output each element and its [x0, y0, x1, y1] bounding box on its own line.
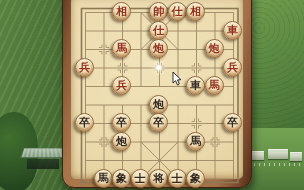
- piece-red-advisor[interactable]: 仕: [168, 2, 187, 21]
- piece-red-soldier[interactable]: 兵: [223, 58, 242, 77]
- piece-black-soldier[interactable]: 卒: [149, 113, 168, 132]
- piece-character: 炮: [153, 99, 164, 110]
- piece-character: 車: [190, 80, 201, 91]
- piece-character: 炮: [153, 43, 164, 54]
- piece-character: 馬: [98, 173, 109, 184]
- piece-character: 炮: [209, 43, 220, 54]
- piece-black-cannon[interactable]: 炮: [112, 132, 131, 151]
- piece-character: 卒: [116, 117, 127, 128]
- piece-character: 兵: [79, 62, 90, 73]
- piece-character: 兵: [116, 80, 127, 91]
- piece-black-soldier[interactable]: 卒: [223, 113, 242, 132]
- piece-black-elephant[interactable]: 象: [112, 169, 131, 188]
- piece-black-horse[interactable]: 馬: [94, 169, 113, 188]
- piece-character: 卒: [79, 117, 90, 128]
- piece-character: 卒: [227, 117, 238, 128]
- piece-red-chariot[interactable]: 車: [223, 21, 242, 40]
- piece-red-advisor[interactable]: 仕: [149, 21, 168, 40]
- piece-character: 相: [190, 6, 201, 17]
- piece-red-cannon[interactable]: 炮: [205, 39, 224, 58]
- piece-black-cannon[interactable]: 炮: [149, 95, 168, 114]
- piece-character: 帥: [153, 6, 164, 17]
- piece-character: 卒: [153, 117, 164, 128]
- piece-character: 相: [116, 6, 127, 17]
- xiangqi-game-screenshot: 相帥仕相仕車馬炮炮兵兵兵馬車炮卒卒卒卒炮馬馬象士将士象: [0, 0, 304, 190]
- piece-red-elephant[interactable]: 相: [186, 2, 205, 21]
- piece-character: 仕: [153, 25, 164, 36]
- piece-red-cannon[interactable]: 炮: [149, 39, 168, 58]
- piece-red-horse[interactable]: 馬: [112, 39, 131, 58]
- piece-character: 車: [227, 25, 238, 36]
- piece-red-soldier[interactable]: 兵: [112, 76, 131, 95]
- piece-character: 象: [190, 173, 201, 184]
- piece-black-chariot[interactable]: 車: [186, 76, 205, 95]
- piece-red-general[interactable]: 帥: [149, 2, 168, 21]
- piece-character: 馬: [190, 136, 201, 147]
- piece-red-elephant[interactable]: 相: [112, 2, 131, 21]
- piece-black-soldier[interactable]: 卒: [75, 113, 94, 132]
- piece-character: 兵: [227, 62, 238, 73]
- pieces-layer: 相帥仕相仕車馬炮炮兵兵兵馬車炮卒卒卒卒炮馬馬象士将士象: [0, 0, 304, 190]
- piece-black-advisor[interactable]: 士: [168, 169, 187, 188]
- piece-black-horse[interactable]: 馬: [186, 132, 205, 151]
- piece-character: 炮: [116, 136, 127, 147]
- piece-character: 象: [116, 173, 127, 184]
- piece-red-horse[interactable]: 馬: [205, 76, 224, 95]
- piece-character: 馬: [209, 80, 220, 91]
- piece-red-soldier[interactable]: 兵: [75, 58, 94, 77]
- piece-black-soldier[interactable]: 卒: [112, 113, 131, 132]
- piece-black-general[interactable]: 将: [149, 169, 168, 188]
- piece-black-elephant[interactable]: 象: [186, 169, 205, 188]
- move-highlight-dot: [156, 65, 161, 70]
- piece-character: 士: [172, 173, 183, 184]
- piece-character: 仕: [172, 6, 183, 17]
- cursor-arrow-icon: [172, 72, 184, 88]
- piece-character: 将: [153, 173, 164, 184]
- piece-character: 馬: [116, 43, 127, 54]
- piece-character: 士: [135, 173, 146, 184]
- piece-black-advisor[interactable]: 士: [131, 169, 150, 188]
